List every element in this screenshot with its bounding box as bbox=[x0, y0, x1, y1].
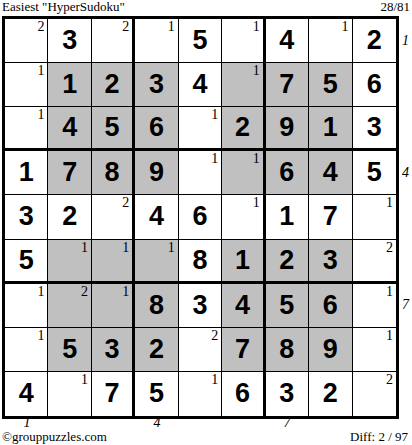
cell-r9c5[interactable]: 1 bbox=[179, 372, 222, 416]
given-digit: 1 bbox=[19, 159, 34, 186]
given-digit: 7 bbox=[105, 380, 120, 407]
given-digit: 9 bbox=[323, 336, 338, 363]
given-digit: 6 bbox=[235, 380, 250, 407]
given-digit: 1 bbox=[62, 71, 77, 98]
given-digit: 5 bbox=[149, 380, 164, 407]
puzzle-title: Easiest "HyperSudoku" bbox=[2, 0, 125, 14]
pencil-mark: 1 bbox=[168, 19, 175, 34]
cell-r8c5[interactable]: 2 bbox=[179, 328, 222, 372]
cell-r3c3[interactable]: 5 bbox=[92, 107, 135, 151]
given-digit: 9 bbox=[149, 159, 164, 186]
cell-r5c6[interactable]: 1 bbox=[222, 195, 265, 239]
pencil-mark: 2 bbox=[386, 240, 393, 255]
difficulty-text: Diff: 2 / 97 bbox=[350, 429, 408, 444]
given-digit: 4 bbox=[62, 114, 77, 141]
pencil-mark: 2 bbox=[122, 19, 129, 34]
cell-r6c5[interactable]: 8 bbox=[179, 240, 222, 284]
given-digit: 9 bbox=[279, 114, 294, 141]
pencil-mark: 2 bbox=[37, 19, 44, 34]
cell-r5c2[interactable]: 2 bbox=[48, 195, 91, 239]
pencil-mark: 1 bbox=[386, 328, 393, 343]
cell-r9c7[interactable]: 3 bbox=[266, 372, 309, 416]
cell-r2c8[interactable]: 5 bbox=[309, 63, 352, 107]
pencil-mark: 1 bbox=[122, 240, 129, 255]
cell-r2c6[interactable]: 1 bbox=[222, 63, 265, 107]
cell-r3c8[interactable]: 1 bbox=[309, 107, 352, 151]
cell-r9c4[interactable]: 5 bbox=[135, 372, 178, 416]
given-digit: 2 bbox=[62, 203, 77, 230]
given-digit: 7 bbox=[279, 71, 294, 98]
cell-r1c1[interactable]: 2 bbox=[5, 19, 48, 63]
cell-r4c3[interactable]: 8 bbox=[92, 151, 135, 195]
given-digit: 6 bbox=[192, 203, 207, 230]
given-digit: 4 bbox=[323, 159, 338, 186]
pencil-mark: 1 bbox=[386, 195, 393, 210]
cell-r4c9[interactable]: 5 bbox=[353, 151, 396, 195]
pencil-mark: 1 bbox=[386, 284, 393, 299]
given-digit: 8 bbox=[149, 292, 164, 319]
pencil-mark: 1 bbox=[81, 240, 88, 255]
cell-r7c8[interactable]: 6 bbox=[309, 284, 352, 328]
cell-r2c7[interactable]: 7 bbox=[266, 63, 309, 107]
given-digit: 1 bbox=[323, 114, 338, 141]
pencil-mark: 1 bbox=[122, 284, 129, 299]
cell-r8c1[interactable]: 1 bbox=[5, 328, 48, 372]
given-digit: 3 bbox=[62, 27, 77, 54]
given-digit: 4 bbox=[192, 71, 207, 98]
cell-r1c7[interactable]: 4 bbox=[266, 19, 309, 63]
cell-r6c4[interactable]: 1 bbox=[135, 240, 178, 284]
puzzle-page: Easiest "HyperSudoku" 28/81 232151412112… bbox=[0, 0, 412, 445]
col-label-4: 4 bbox=[147, 416, 167, 430]
cell-r4c1[interactable]: 1 bbox=[5, 151, 48, 195]
cell-r6c3[interactable]: 1 bbox=[92, 240, 135, 284]
pencil-mark: 1 bbox=[253, 151, 260, 166]
given-digit: 5 bbox=[105, 114, 120, 141]
pencil-mark: 2 bbox=[211, 328, 218, 343]
cell-r7c5[interactable]: 3 bbox=[179, 284, 222, 328]
given-digit: 3 bbox=[367, 114, 382, 141]
cell-r4c4[interactable]: 9 bbox=[135, 151, 178, 195]
cell-r3c4[interactable]: 6 bbox=[135, 107, 178, 151]
cell-r7c4[interactable]: 8 bbox=[135, 284, 178, 328]
cell-r5c9[interactable]: 1 bbox=[353, 195, 396, 239]
cell-r1c6[interactable]: 1 bbox=[222, 19, 265, 63]
given-digit: 8 bbox=[279, 336, 294, 363]
cell-r4c8[interactable]: 4 bbox=[309, 151, 352, 195]
given-digit: 7 bbox=[62, 159, 77, 186]
given-digit: 3 bbox=[149, 71, 164, 98]
cell-r8c7[interactable]: 8 bbox=[266, 328, 309, 372]
cell-r7c3[interactable]: 1 bbox=[92, 284, 135, 328]
cell-r9c3[interactable]: 7 bbox=[92, 372, 135, 416]
given-digit: 7 bbox=[323, 203, 338, 230]
cell-r3c1[interactable]: 1 bbox=[5, 107, 48, 151]
cell-r5c5[interactable]: 6 bbox=[179, 195, 222, 239]
cell-r2c2[interactable]: 1 bbox=[48, 63, 91, 107]
cell-r6c9[interactable]: 2 bbox=[353, 240, 396, 284]
cell-r3c9[interactable]: 3 bbox=[353, 107, 396, 151]
given-digit: 5 bbox=[192, 27, 207, 54]
cell-r1c8[interactable]: 1 bbox=[309, 19, 352, 63]
row-label-4: 4 bbox=[399, 166, 412, 180]
cell-r5c3[interactable]: 2 bbox=[92, 195, 135, 239]
cell-r9c6[interactable]: 6 bbox=[222, 372, 265, 416]
pencil-mark: 1 bbox=[342, 19, 349, 34]
cell-r4c2[interactable]: 7 bbox=[48, 151, 91, 195]
col-label-1: 1 bbox=[17, 416, 37, 430]
cell-r3c5[interactable]: 1 bbox=[179, 107, 222, 151]
sudoku-board: 2321514121123417561456129131789116453224… bbox=[2, 16, 399, 419]
pencil-mark: 1 bbox=[253, 195, 260, 210]
col-label-7: 7 bbox=[277, 416, 297, 430]
cell-r2c4[interactable]: 3 bbox=[135, 63, 178, 107]
cell-r1c9[interactable]: 2 bbox=[353, 19, 396, 63]
cell-r4c5[interactable]: 1 bbox=[179, 151, 222, 195]
cell-r2c5[interactable]: 4 bbox=[179, 63, 222, 107]
pencil-mark: 2 bbox=[122, 195, 129, 210]
given-digit: 2 bbox=[235, 114, 250, 141]
given-digit: 6 bbox=[323, 292, 338, 319]
cell-r9c9[interactable]: 2 bbox=[353, 372, 396, 416]
given-digit: 3 bbox=[279, 380, 294, 407]
pencil-mark: 1 bbox=[211, 151, 218, 166]
given-digit: 5 bbox=[367, 159, 382, 186]
cell-r7c1[interactable]: 1 bbox=[5, 284, 48, 328]
given-digit: 5 bbox=[62, 336, 77, 363]
row-label-7: 7 bbox=[399, 298, 412, 312]
cell-r4c7[interactable]: 6 bbox=[266, 151, 309, 195]
pencil-mark: 1 bbox=[253, 63, 260, 78]
cell-r6c1[interactable]: 5 bbox=[5, 240, 48, 284]
given-digit: 8 bbox=[105, 159, 120, 186]
pencil-mark: 1 bbox=[37, 328, 44, 343]
pencil-mark: 1 bbox=[253, 19, 260, 34]
given-digit: 8 bbox=[192, 247, 207, 274]
cell-r5c8[interactable]: 7 bbox=[309, 195, 352, 239]
cell-r6c2[interactable]: 1 bbox=[48, 240, 91, 284]
given-digit: 4 bbox=[279, 27, 294, 54]
cell-r9c2[interactable]: 1 bbox=[48, 372, 91, 416]
cell-r5c4[interactable]: 4 bbox=[135, 195, 178, 239]
pencil-mark: 1 bbox=[37, 284, 44, 299]
cell-r5c1[interactable]: 3 bbox=[5, 195, 48, 239]
cell-r5c7[interactable]: 1 bbox=[266, 195, 309, 239]
given-digit: 4 bbox=[19, 380, 34, 407]
given-digit: 3 bbox=[105, 336, 120, 363]
given-digit: 4 bbox=[149, 203, 164, 230]
given-digit: 5 bbox=[19, 247, 34, 274]
given-digit: 4 bbox=[235, 292, 250, 319]
cell-r7c9[interactable]: 1 bbox=[353, 284, 396, 328]
cell-r4c6[interactable]: 1 bbox=[222, 151, 265, 195]
cell-r6c8[interactable]: 3 bbox=[309, 240, 352, 284]
cell-r7c2[interactable]: 2 bbox=[48, 284, 91, 328]
pencil-mark: 1 bbox=[168, 240, 175, 255]
cell-r1c4[interactable]: 1 bbox=[135, 19, 178, 63]
cell-r7c7[interactable]: 5 bbox=[266, 284, 309, 328]
pencil-mark: 1 bbox=[211, 107, 218, 122]
given-digit: 3 bbox=[323, 247, 338, 274]
cell-r1c3[interactable]: 2 bbox=[92, 19, 135, 63]
cell-r7c6[interactable]: 4 bbox=[222, 284, 265, 328]
pencil-mark: 1 bbox=[211, 372, 218, 387]
row-label-1: 1 bbox=[399, 34, 412, 48]
cell-r8c4[interactable]: 2 bbox=[135, 328, 178, 372]
cell-r8c8[interactable]: 9 bbox=[309, 328, 352, 372]
given-digit: 6 bbox=[279, 159, 294, 186]
given-digit: 2 bbox=[323, 380, 338, 407]
given-digit: 7 bbox=[235, 336, 250, 363]
cell-r3c6[interactable]: 2 bbox=[222, 107, 265, 151]
cells-remaining-counter: 28/81 bbox=[380, 0, 410, 14]
given-digit: 1 bbox=[279, 203, 294, 230]
cell-r2c3[interactable]: 2 bbox=[92, 63, 135, 107]
pencil-mark: 1 bbox=[81, 372, 88, 387]
given-digit: 6 bbox=[367, 71, 382, 98]
cell-r8c3[interactable]: 3 bbox=[92, 328, 135, 372]
given-digit: 2 bbox=[279, 247, 294, 274]
given-digit: 6 bbox=[149, 114, 164, 141]
cell-r9c1[interactable]: 4 bbox=[5, 372, 48, 416]
given-digit: 1 bbox=[235, 247, 250, 274]
given-digit: 3 bbox=[19, 203, 34, 230]
cell-r1c2[interactable]: 3 bbox=[48, 19, 91, 63]
given-digit: 5 bbox=[279, 292, 294, 319]
given-digit: 3 bbox=[192, 292, 207, 319]
cell-r3c7[interactable]: 9 bbox=[266, 107, 309, 151]
cell-r2c1[interactable]: 1 bbox=[5, 63, 48, 107]
cell-r1c5[interactable]: 5 bbox=[179, 19, 222, 63]
given-digit: 2 bbox=[367, 27, 382, 54]
header: Easiest "HyperSudoku" 28/81 bbox=[2, 0, 410, 14]
pencil-mark: 1 bbox=[37, 107, 44, 122]
given-digit: 5 bbox=[323, 71, 338, 98]
given-digit: 2 bbox=[105, 71, 120, 98]
cell-r6c6[interactable]: 1 bbox=[222, 240, 265, 284]
pencil-mark: 2 bbox=[386, 372, 393, 387]
cell-r2c9[interactable]: 6 bbox=[353, 63, 396, 107]
cell-r3c2[interactable]: 4 bbox=[48, 107, 91, 151]
cell-r6c7[interactable]: 2 bbox=[266, 240, 309, 284]
copyright-text: ©grouppuzzles.com bbox=[2, 429, 107, 444]
given-digit: 2 bbox=[149, 336, 164, 363]
cell-r8c9[interactable]: 1 bbox=[353, 328, 396, 372]
cell-r8c6[interactable]: 7 bbox=[222, 328, 265, 372]
cell-r9c8[interactable]: 2 bbox=[309, 372, 352, 416]
pencil-mark: 2 bbox=[81, 284, 88, 299]
footer: ©grouppuzzles.com Diff: 2 / 97 bbox=[2, 429, 408, 444]
cell-r8c2[interactable]: 5 bbox=[48, 328, 91, 372]
pencil-mark: 1 bbox=[37, 63, 44, 78]
